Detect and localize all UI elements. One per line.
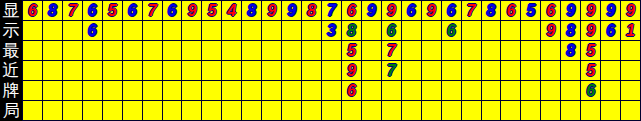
cell-r1c17: 6 <box>342 1 361 20</box>
cell-r6c15 <box>302 101 321 120</box>
cell-r4c30 <box>601 61 620 80</box>
title-char-1: 显 <box>0 0 22 20</box>
cell-r1c30: 9 <box>601 1 620 20</box>
cell-r5c8 <box>163 81 182 100</box>
cell-r4c29: 5 <box>581 61 600 80</box>
cell-r3c21 <box>422 41 441 60</box>
cell-r3c6 <box>123 41 142 60</box>
cell-r1c12: 8 <box>242 1 261 20</box>
cell-r6c26 <box>521 101 540 120</box>
cell-r3c3 <box>63 41 82 60</box>
cell-r4c25 <box>501 61 520 80</box>
title-char-5: 牌 <box>0 81 22 101</box>
cell-r6c10 <box>202 101 221 120</box>
cell-r4c12 <box>242 61 261 80</box>
cell-r5c2 <box>43 81 62 100</box>
cell-r3c8 <box>163 41 182 60</box>
cell-r3c15 <box>302 41 321 60</box>
cell-r5c7 <box>143 81 162 100</box>
cell-r6c22 <box>442 101 461 120</box>
cell-r4c11 <box>222 61 241 80</box>
cell-r3c16 <box>322 41 341 60</box>
cell-r4c17: 9 <box>342 61 361 80</box>
cell-r5c1 <box>23 81 42 100</box>
title-char-2: 示 <box>0 20 22 40</box>
cell-r5c4 <box>83 81 102 100</box>
cell-r6c30 <box>601 101 620 120</box>
cell-r3c26 <box>521 41 540 60</box>
cell-r5c29: 6 <box>581 81 600 100</box>
cell-r1c27: 6 <box>541 1 560 20</box>
cell-r5c19 <box>382 81 401 100</box>
cell-r5c22 <box>442 81 461 100</box>
cell-r2c21 <box>422 21 441 40</box>
cell-r2c30: 6 <box>601 21 620 40</box>
cell-r4c3 <box>63 61 82 80</box>
title-char-3: 最 <box>0 40 22 60</box>
cell-r2c3 <box>63 21 82 40</box>
cell-r6c20 <box>402 101 421 120</box>
cell-r2c16: 3 <box>322 21 341 40</box>
cell-r5c16 <box>322 81 341 100</box>
cell-r3c31 <box>621 41 640 60</box>
cell-r2c10 <box>202 21 221 40</box>
cell-r1c13: 9 <box>262 1 281 20</box>
cell-r4c19: 7 <box>382 61 401 80</box>
cell-r6c23 <box>462 101 481 120</box>
cell-r3c28: 8 <box>561 41 580 60</box>
cell-r3c13 <box>262 41 281 60</box>
cell-r2c17: 8 <box>342 21 361 40</box>
board-title-vertical: 显 示 最 近 牌 局 <box>0 0 22 121</box>
cell-r4c28 <box>561 61 580 80</box>
cell-r5c23 <box>462 81 481 100</box>
cell-r5c10 <box>202 81 221 100</box>
cell-r4c16 <box>322 61 341 80</box>
cell-r5c11 <box>222 81 241 100</box>
cell-r2c22: 6 <box>442 21 461 40</box>
cell-r2c4: 6 <box>83 21 102 40</box>
cell-r4c31 <box>621 61 640 80</box>
cell-r5c24 <box>482 81 501 100</box>
cell-r2c7 <box>143 21 162 40</box>
cell-r6c19 <box>382 101 401 120</box>
cell-r2c5 <box>103 21 122 40</box>
cell-r2c24 <box>482 21 501 40</box>
cell-r1c10: 5 <box>202 1 221 20</box>
cell-r6c13 <box>262 101 281 120</box>
cell-r1c7: 7 <box>143 1 162 20</box>
cell-r6c11 <box>222 101 241 120</box>
cell-r5c21 <box>422 81 441 100</box>
cell-r4c22 <box>442 61 461 80</box>
cell-r2c27: 9 <box>541 21 560 40</box>
cell-r3c17: 5 <box>342 41 361 60</box>
cell-r2c20 <box>402 21 421 40</box>
cell-r1c8: 6 <box>163 1 182 20</box>
board-grid: 6876567695489987699696786569999638669896… <box>22 0 641 121</box>
cell-r4c24 <box>482 61 501 80</box>
cell-r6c27 <box>541 101 560 120</box>
cell-r1c24: 8 <box>482 1 501 20</box>
cell-r3c14 <box>282 41 301 60</box>
cell-r6c4 <box>83 101 102 120</box>
cell-r6c31 <box>621 101 640 120</box>
cell-r3c2 <box>43 41 62 60</box>
title-char-6: 局 <box>0 101 22 121</box>
cell-r4c1 <box>23 61 42 80</box>
cell-r5c18 <box>362 81 381 100</box>
cell-r1c21: 9 <box>422 1 441 20</box>
cell-r1c3: 7 <box>63 1 82 20</box>
cell-r4c23 <box>462 61 481 80</box>
cell-r5c30 <box>601 81 620 100</box>
cell-r1c19: 9 <box>382 1 401 20</box>
cell-r4c9 <box>182 61 201 80</box>
cell-r1c4: 6 <box>83 1 102 20</box>
cell-r2c26 <box>521 21 540 40</box>
cell-r2c13 <box>262 21 281 40</box>
cell-r5c20 <box>402 81 421 100</box>
cell-r1c23: 7 <box>462 1 481 20</box>
cell-r2c19: 6 <box>382 21 401 40</box>
cell-r1c9: 9 <box>182 1 201 20</box>
cell-r6c2 <box>43 101 62 120</box>
cell-r2c28: 8 <box>561 21 580 40</box>
cell-r2c8 <box>163 21 182 40</box>
cell-r5c14 <box>282 81 301 100</box>
cell-r1c1: 6 <box>23 1 42 20</box>
cell-r6c24 <box>482 101 501 120</box>
cell-r6c25 <box>501 101 520 120</box>
cell-r4c5 <box>103 61 122 80</box>
cell-r3c19: 7 <box>382 41 401 60</box>
cell-r1c25: 6 <box>501 1 520 20</box>
cell-r1c2: 8 <box>43 1 62 20</box>
cell-r3c9 <box>182 41 201 60</box>
cell-r1c11: 4 <box>222 1 241 20</box>
cell-r1c29: 9 <box>581 1 600 20</box>
cell-r5c9 <box>182 81 201 100</box>
cell-r2c29: 9 <box>581 21 600 40</box>
cell-r3c24 <box>482 41 501 60</box>
cell-r3c18 <box>362 41 381 60</box>
cell-r4c15 <box>302 61 321 80</box>
cell-r3c5 <box>103 41 122 60</box>
cell-r1c31: 9 <box>621 1 640 20</box>
cell-r5c27 <box>541 81 560 100</box>
cell-r1c20: 6 <box>402 1 421 20</box>
cell-r2c11 <box>222 21 241 40</box>
cell-r3c20 <box>402 41 421 60</box>
cell-r6c17 <box>342 101 361 120</box>
cell-r4c7 <box>143 61 162 80</box>
cell-r1c28: 9 <box>561 1 580 20</box>
cell-r5c12 <box>242 81 261 100</box>
cell-r1c22: 6 <box>442 1 461 20</box>
cell-r2c6 <box>123 21 142 40</box>
cell-r3c10 <box>202 41 221 60</box>
cell-r2c23 <box>462 21 481 40</box>
cell-r6c16 <box>322 101 341 120</box>
cell-r3c29: 5 <box>581 41 600 60</box>
cell-r1c16: 7 <box>322 1 341 20</box>
cell-r4c6 <box>123 61 142 80</box>
cell-r5c28 <box>561 81 580 100</box>
cell-r3c22 <box>442 41 461 60</box>
cell-r6c14 <box>282 101 301 120</box>
cell-r2c14 <box>282 21 301 40</box>
cell-r3c12 <box>242 41 261 60</box>
cell-r6c5 <box>103 101 122 120</box>
cell-r5c3 <box>63 81 82 100</box>
cell-r4c8 <box>163 61 182 80</box>
cell-r6c9 <box>182 101 201 120</box>
cell-r1c15: 8 <box>302 1 321 20</box>
cell-r2c31: 1 <box>621 21 640 40</box>
cell-r2c2 <box>43 21 62 40</box>
cell-r5c31 <box>621 81 640 100</box>
cell-r2c9 <box>182 21 201 40</box>
cell-r6c7 <box>143 101 162 120</box>
cell-r6c21 <box>422 101 441 120</box>
cell-r1c5: 5 <box>103 1 122 20</box>
cell-r5c25 <box>501 81 520 100</box>
cell-r5c17: 6 <box>342 81 361 100</box>
cell-r4c10 <box>202 61 221 80</box>
cell-r6c28 <box>561 101 580 120</box>
cell-r3c30 <box>601 41 620 60</box>
title-char-4: 近 <box>0 61 22 81</box>
cell-r5c13 <box>262 81 281 100</box>
cell-r4c18 <box>362 61 381 80</box>
cell-r1c26: 5 <box>521 1 540 20</box>
cell-r1c6: 6 <box>123 1 142 20</box>
cell-r2c18 <box>362 21 381 40</box>
cell-r6c1 <box>23 101 42 120</box>
cell-r2c15 <box>302 21 321 40</box>
cell-r6c8 <box>163 101 182 120</box>
cell-r2c12 <box>242 21 261 40</box>
cell-r3c11 <box>222 41 241 60</box>
cell-r6c18 <box>362 101 381 120</box>
cell-r1c18: 9 <box>362 1 381 20</box>
cell-r3c27 <box>541 41 560 60</box>
cell-r6c3 <box>63 101 82 120</box>
cell-r5c26 <box>521 81 540 100</box>
cell-r4c26 <box>521 61 540 80</box>
cell-r2c25 <box>501 21 520 40</box>
cell-r4c13 <box>262 61 281 80</box>
cell-r4c2 <box>43 61 62 80</box>
cell-r4c4 <box>83 61 102 80</box>
cell-r4c20 <box>402 61 421 80</box>
cell-r5c15 <box>302 81 321 100</box>
cell-r3c1 <box>23 41 42 60</box>
cell-r4c21 <box>422 61 441 80</box>
cell-r6c12 <box>242 101 261 120</box>
cell-r4c14 <box>282 61 301 80</box>
cell-r3c7 <box>143 41 162 60</box>
cell-r3c25 <box>501 41 520 60</box>
cell-r4c27 <box>541 61 560 80</box>
cell-r6c6 <box>123 101 142 120</box>
cell-r1c14: 9 <box>282 1 301 20</box>
cell-r3c4 <box>83 41 102 60</box>
cell-r2c1 <box>23 21 42 40</box>
cell-r5c5 <box>103 81 122 100</box>
recent-rounds-board: 显 示 最 近 牌 局 6876567695489987699696786569… <box>0 0 641 121</box>
cell-r6c29 <box>581 101 600 120</box>
cell-r5c6 <box>123 81 142 100</box>
cell-r3c23 <box>462 41 481 60</box>
